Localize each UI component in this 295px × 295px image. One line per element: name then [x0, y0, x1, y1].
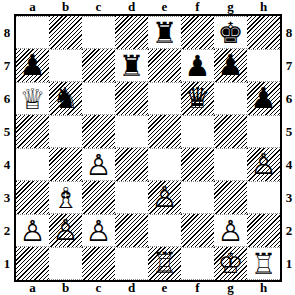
square-f6[interactable]: ♛ — [181, 82, 214, 115]
piece-bP-a7: ♟ — [16, 49, 49, 82]
piece-wR-e1: ♖ — [148, 247, 181, 280]
square-d1[interactable] — [115, 247, 148, 280]
rank-label-5: 5 — [0, 115, 14, 148]
file-label-e: e — [148, 0, 181, 14]
square-d6[interactable] — [115, 82, 148, 115]
square-b6[interactable]: ♞ — [49, 82, 82, 115]
square-a1[interactable] — [16, 247, 49, 280]
rank-label-3: 3 — [282, 181, 295, 214]
square-f7[interactable]: ♟ — [181, 49, 214, 82]
square-d5[interactable] — [115, 115, 148, 148]
file-label-a: a — [16, 0, 49, 14]
rank-label-8: 8 — [282, 16, 295, 49]
square-g2[interactable]: ♙ — [214, 214, 247, 247]
piece-wK-g1: ♔ — [214, 247, 247, 280]
square-f8[interactable] — [181, 16, 214, 49]
piece-wP-h4: ♙ — [247, 148, 280, 181]
square-h2[interactable] — [247, 214, 280, 247]
chess-diagram: abcdefgh 87654321 ♜♚♟♜♟♟♕♞♛♟♙♙♗♙♙♙♙♙♖♔♖ … — [0, 0, 295, 295]
square-h1[interactable]: ♖ — [247, 247, 280, 280]
piece-wP-g2: ♙ — [214, 215, 247, 248]
piece-bP-f7: ♟ — [181, 50, 214, 83]
square-a3[interactable] — [16, 181, 49, 214]
file-label-f: f — [181, 281, 214, 295]
square-c1[interactable] — [82, 247, 115, 280]
square-a4[interactable] — [16, 148, 49, 181]
file-label-d: d — [115, 281, 148, 295]
piece-wP-c4: ♙ — [82, 149, 115, 182]
square-f3[interactable] — [181, 181, 214, 214]
square-b4[interactable] — [49, 148, 82, 181]
file-label-c: c — [82, 281, 115, 295]
piece-bP-h6: ♟ — [247, 82, 280, 115]
rank-label-6: 6 — [282, 82, 295, 115]
square-g8[interactable]: ♚ — [214, 16, 247, 49]
square-h6[interactable]: ♟ — [247, 82, 280, 115]
square-g6[interactable] — [214, 82, 247, 115]
piece-bN-b6: ♞ — [49, 82, 82, 115]
file-labels-top: abcdefgh — [16, 0, 280, 14]
square-a7[interactable]: ♟ — [16, 49, 49, 82]
rank-label-7: 7 — [0, 49, 14, 82]
square-h4[interactable]: ♙ — [247, 148, 280, 181]
board: ♜♚♟♜♟♟♕♞♛♟♙♙♗♙♙♙♙♙♖♔♖ — [14, 14, 282, 282]
square-a5[interactable] — [16, 115, 49, 148]
file-label-h: h — [247, 281, 280, 295]
square-g4[interactable] — [214, 148, 247, 181]
file-label-e: e — [148, 281, 181, 295]
square-c7[interactable] — [82, 49, 115, 82]
file-label-c: c — [82, 0, 115, 14]
piece-wP-e3: ♙ — [148, 181, 181, 214]
piece-wB-b3: ♗ — [49, 182, 82, 215]
file-labels-bottom: abcdefgh — [16, 281, 280, 295]
piece-bP-g7: ♟ — [214, 49, 247, 82]
file-label-g: g — [214, 0, 247, 14]
piece-wR-h1: ♖ — [247, 248, 280, 281]
square-a8[interactable] — [16, 16, 49, 49]
file-label-d: d — [115, 0, 148, 14]
square-c3[interactable] — [82, 181, 115, 214]
rank-label-4: 4 — [282, 148, 295, 181]
file-label-f: f — [181, 0, 214, 14]
square-c2[interactable]: ♙ — [82, 214, 115, 247]
rank-label-4: 4 — [0, 148, 14, 181]
rank-labels-right: 87654321 — [282, 16, 295, 280]
square-f4[interactable] — [181, 148, 214, 181]
square-b2[interactable]: ♙ — [49, 214, 82, 247]
rank-label-1: 1 — [0, 247, 14, 280]
square-d7[interactable]: ♜ — [115, 49, 148, 82]
file-label-a: a — [16, 281, 49, 295]
file-label-b: b — [49, 0, 82, 14]
square-b5[interactable] — [49, 115, 82, 148]
rank-label-2: 2 — [0, 214, 14, 247]
square-h8[interactable] — [247, 16, 280, 49]
square-a2[interactable]: ♙ — [16, 214, 49, 247]
piece-wP-a2: ♙ — [16, 215, 49, 248]
square-c6[interactable] — [82, 82, 115, 115]
square-b3[interactable]: ♗ — [49, 181, 82, 214]
piece-bR-d7: ♜ — [115, 50, 148, 83]
file-label-h: h — [247, 0, 280, 14]
square-e6[interactable] — [148, 82, 181, 115]
square-e8[interactable]: ♜ — [148, 16, 181, 49]
rank-label-8: 8 — [0, 16, 14, 49]
square-c8[interactable] — [82, 16, 115, 49]
square-a6[interactable]: ♕ — [16, 82, 49, 115]
square-h7[interactable] — [247, 49, 280, 82]
square-e5[interactable] — [148, 115, 181, 148]
rank-labels-left: 87654321 — [0, 16, 14, 280]
square-g7[interactable]: ♟ — [214, 49, 247, 82]
square-e4[interactable] — [148, 148, 181, 181]
square-e7[interactable] — [148, 49, 181, 82]
square-d8[interactable] — [115, 16, 148, 49]
square-b8[interactable] — [49, 16, 82, 49]
square-g1[interactable]: ♔ — [214, 247, 247, 280]
square-f2[interactable] — [181, 214, 214, 247]
square-e2[interactable] — [148, 214, 181, 247]
square-d2[interactable] — [115, 214, 148, 247]
piece-wP-c2: ♙ — [82, 215, 115, 248]
rank-label-3: 3 — [0, 181, 14, 214]
rank-label-5: 5 — [282, 115, 295, 148]
square-e1[interactable]: ♖ — [148, 247, 181, 280]
piece-bK-g8: ♚ — [214, 17, 247, 50]
file-label-b: b — [49, 281, 82, 295]
rank-label-7: 7 — [282, 49, 295, 82]
square-g3[interactable] — [214, 181, 247, 214]
square-c4[interactable]: ♙ — [82, 148, 115, 181]
rank-label-1: 1 — [282, 247, 295, 280]
piece-bQ-f6: ♛ — [181, 82, 214, 115]
square-c5[interactable] — [82, 115, 115, 148]
square-e3[interactable]: ♙ — [148, 181, 181, 214]
square-b1[interactable] — [49, 247, 82, 280]
file-label-g: g — [214, 281, 247, 295]
rank-label-2: 2 — [282, 214, 295, 247]
square-g5[interactable] — [214, 115, 247, 148]
square-d4[interactable] — [115, 148, 148, 181]
square-b7[interactable] — [49, 49, 82, 82]
piece-wP-b2: ♙ — [49, 214, 82, 247]
square-f1[interactable] — [181, 247, 214, 280]
square-d3[interactable] — [115, 181, 148, 214]
piece-bR-e8: ♜ — [148, 17, 181, 50]
rank-label-6: 6 — [0, 82, 14, 115]
square-h3[interactable] — [247, 181, 280, 214]
square-h5[interactable] — [247, 115, 280, 148]
square-f5[interactable] — [181, 115, 214, 148]
piece-wQ-a6: ♕ — [16, 83, 49, 116]
